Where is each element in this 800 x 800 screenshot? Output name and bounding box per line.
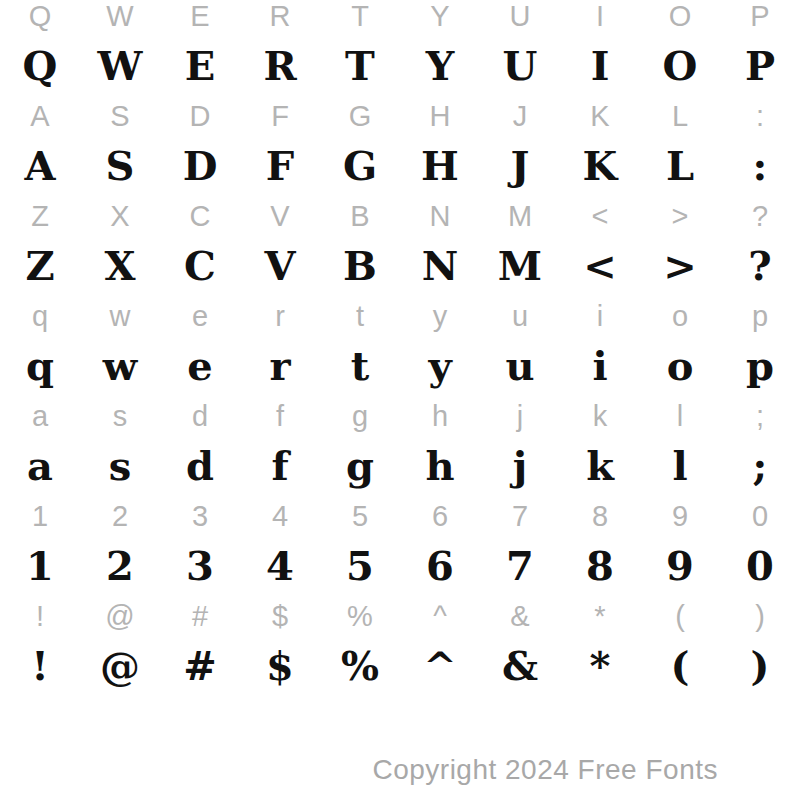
glyph-cell: y [433, 302, 448, 331]
glyph-cell: u [505, 346, 534, 386]
glyph-cell: F [271, 102, 289, 131]
glyph-cell: 5 [352, 502, 368, 531]
glyph-cell: B [350, 202, 369, 231]
glyph-cell: O [669, 2, 692, 31]
glyph-cell: ) [755, 602, 765, 631]
glyph-row-pair: ZXCVBNM<>?ZXCVBNM<>? [0, 194, 800, 294]
glyph-cell: ^ [423, 646, 457, 686]
glyph-cell: J [511, 146, 530, 186]
glyph-row-specimen: QWERTYUIOP [0, 38, 800, 94]
glyph-cell: A [24, 146, 55, 186]
glyph-cell: @ [100, 646, 140, 686]
glyph-cell: C [184, 246, 216, 286]
glyph-cell: & [510, 602, 529, 631]
glyph-row-pair: 12345678901234567890 [0, 494, 800, 594]
glyph-cell: o [672, 302, 688, 331]
glyph-cell: D [190, 102, 211, 131]
glyph-cell: ? [752, 202, 768, 231]
glyph-row-pair: qwertyuiopqwertyuiop [0, 294, 800, 394]
glyph-row-preview: qwertyuiop [0, 294, 800, 338]
glyph-cell: K [590, 102, 609, 131]
glyph-cell: > [663, 246, 697, 286]
glyph-cell: r [275, 302, 285, 331]
glyph-cell: Q [29, 2, 52, 31]
glyph-cell: 2 [106, 546, 134, 586]
glyph-cell: u [512, 302, 528, 331]
glyph-cell: t [351, 346, 369, 386]
glyph-cell: Y [426, 46, 455, 86]
glyph-cell: 1 [32, 502, 48, 531]
glyph-row-specimen: asdfghjkl; [0, 438, 800, 494]
glyph-cell: 8 [592, 502, 608, 531]
glyph-cell: G [349, 102, 372, 131]
glyph-cell: W [98, 46, 143, 86]
glyph-cell: X [104, 246, 135, 286]
glyph-cell: < [583, 246, 617, 286]
glyph-cell: P [745, 46, 775, 86]
glyph-cell: d [192, 402, 208, 431]
glyph-cell: W [106, 2, 133, 31]
glyph-cell: * [594, 602, 605, 631]
glyph-cell: L [672, 102, 688, 131]
glyph-cell: F [266, 146, 294, 186]
glyph-cell: H [430, 102, 451, 131]
glyph-cell: $ [266, 646, 294, 686]
glyph-cell: j [513, 446, 527, 486]
glyph-row-specimen: 1234567890 [0, 538, 800, 594]
glyph-cell: K [583, 146, 618, 186]
glyph-cell: ( [675, 602, 685, 631]
glyph-cell: R [263, 46, 296, 86]
glyph-cell: i [592, 346, 607, 386]
glyph-cell: g [346, 446, 374, 486]
glyph-row-specimen: ASDFGHJKL: [0, 138, 800, 194]
glyph-cell: 0 [746, 546, 774, 586]
glyph-cell: 2 [112, 502, 128, 531]
glyph-cell: 7 [506, 546, 534, 586]
glyph-row-specimen: qwertyuiop [0, 338, 800, 394]
glyph-cell: O [663, 46, 698, 86]
glyph-cell: > [672, 202, 689, 231]
glyph-cell: 8 [586, 546, 614, 586]
glyph-cell: J [513, 102, 528, 131]
glyph-cell: M [508, 202, 532, 231]
glyph-cell: e [187, 346, 212, 386]
glyph-row-preview: ZXCVBNM<>? [0, 194, 800, 238]
glyph-row-specimen: ZXCVBNM<>? [0, 238, 800, 294]
glyph-cell: Q [23, 46, 58, 86]
glyph-cell: U [503, 46, 538, 86]
glyph-cell: # [183, 646, 217, 686]
glyph-cell: w [110, 302, 131, 331]
glyph-cell: ? [748, 246, 771, 286]
glyph-cell: < [592, 202, 609, 231]
glyph-cell: 1 [26, 546, 54, 586]
glyph-cell: : [753, 146, 768, 186]
glyph-cell: w [103, 346, 137, 386]
glyph-cell: l [672, 446, 687, 486]
glyph-cell: B [343, 246, 377, 286]
glyph-cell: q [26, 346, 54, 386]
glyph-cell: & [502, 646, 538, 686]
glyph-cell: y [428, 346, 451, 386]
character-grid: QWERTYUIOPQWERTYUIOPASDFGHJKL:ASDFGHJKL:… [0, 0, 800, 694]
glyph-cell: U [510, 2, 531, 31]
glyph-cell: I [591, 46, 610, 86]
glyph-cell: A [30, 102, 49, 131]
glyph-cell: $ [272, 602, 288, 631]
glyph-cell: : [756, 102, 764, 131]
glyph-cell: S [110, 102, 129, 131]
glyph-cell: E [190, 2, 209, 31]
glyph-cell: e [192, 302, 208, 331]
glyph-row-preview: !@#$%^&*() [0, 594, 800, 638]
glyph-cell: ( [671, 646, 690, 686]
glyph-cell: 3 [186, 546, 214, 586]
glyph-cell: ! [36, 602, 44, 631]
glyph-cell: g [352, 402, 368, 431]
glyph-cell: 7 [512, 502, 528, 531]
glyph-cell: ! [31, 646, 49, 686]
glyph-cell: r [269, 346, 290, 386]
glyph-cell: 6 [426, 546, 454, 586]
glyph-cell: k [586, 446, 614, 486]
glyph-cell: ^ [433, 602, 447, 631]
glyph-cell: 9 [672, 502, 688, 531]
glyph-row-specimen: !@#$%^&*() [0, 638, 800, 694]
glyph-cell: f [276, 402, 284, 431]
glyph-cell: R [270, 2, 291, 31]
glyph-cell: 4 [272, 502, 288, 531]
glyph-cell: d [186, 446, 214, 486]
glyph-cell: % [347, 602, 373, 631]
glyph-cell: V [264, 246, 295, 286]
glyph-cell: V [270, 202, 289, 231]
glyph-row-preview: ASDFGHJKL: [0, 94, 800, 138]
glyph-cell: 0 [752, 502, 768, 531]
glyph-cell: * [590, 646, 611, 686]
glyph-cell: f [271, 446, 288, 486]
glyph-cell: S [106, 146, 135, 186]
glyph-row-preview: asdfghjkl; [0, 394, 800, 438]
glyph-cell: q [32, 302, 48, 331]
glyph-cell: T [345, 46, 375, 86]
glyph-cell: a [27, 446, 53, 486]
glyph-cell: Y [430, 2, 449, 31]
glyph-cell: p [752, 302, 768, 331]
glyph-cell: N [422, 246, 459, 286]
glyph-row-preview: QWERTYUIOP [0, 0, 800, 38]
glyph-cell: N [430, 202, 451, 231]
glyph-cell: l [677, 402, 683, 431]
glyph-cell: Z [25, 246, 54, 286]
glyph-cell: 3 [192, 502, 208, 531]
glyph-cell: 9 [666, 546, 694, 586]
glyph-cell: Z [31, 202, 49, 231]
glyph-cell: j [517, 402, 523, 431]
glyph-cell: X [110, 202, 129, 231]
glyph-cell: a [32, 402, 48, 431]
glyph-cell: 6 [432, 502, 448, 531]
glyph-cell: C [190, 202, 211, 231]
copyright-text: Copyright 2024 Free Fonts [372, 754, 718, 786]
glyph-cell: s [109, 446, 132, 486]
glyph-row-preview: 1234567890 [0, 494, 800, 538]
glyph-row-pair: QWERTYUIOPQWERTYUIOP [0, 0, 800, 94]
glyph-cell: L [666, 146, 694, 186]
glyph-cell: E [185, 46, 216, 86]
glyph-row-pair: !@#$%^&*()!@#$%^&*() [0, 594, 800, 694]
glyph-cell: k [593, 402, 608, 431]
glyph-cell: i [597, 302, 603, 331]
glyph-cell: H [421, 146, 459, 186]
glyph-cell: ) [751, 646, 770, 686]
glyph-cell: G [343, 146, 377, 186]
glyph-cell: 5 [346, 546, 374, 586]
glyph-cell: p [746, 346, 774, 386]
glyph-cell: @ [105, 602, 134, 631]
glyph-cell: ; [753, 446, 768, 486]
glyph-cell: o [667, 346, 694, 386]
glyph-cell: h [425, 446, 454, 486]
glyph-row-pair: ASDFGHJKL:ASDFGHJKL: [0, 94, 800, 194]
glyph-cell: D [183, 146, 218, 186]
glyph-cell: T [351, 2, 369, 31]
glyph-cell: ; [756, 402, 764, 431]
glyph-cell: % [341, 646, 379, 686]
glyph-cell: P [750, 2, 769, 31]
glyph-cell: h [432, 402, 448, 431]
glyph-cell: s [113, 402, 128, 431]
glyph-cell: I [596, 2, 604, 31]
glyph-cell: # [192, 602, 208, 631]
glyph-cell: M [498, 246, 542, 286]
glyph-cell: t [356, 302, 364, 331]
font-specimen-page: QWERTYUIOPQWERTYUIOPASDFGHJKL:ASDFGHJKL:… [0, 0, 800, 800]
glyph-row-pair: asdfghjkl;asdfghjkl; [0, 394, 800, 494]
glyph-cell: 4 [266, 546, 294, 586]
